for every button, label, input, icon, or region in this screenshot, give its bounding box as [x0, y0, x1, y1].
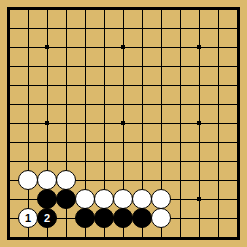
board-intersection-1-1[interactable]	[0, 0, 19, 19]
board-intersection-8-5[interactable]	[133, 76, 152, 95]
board-intersection-8-2[interactable]	[133, 19, 152, 38]
board-intersection-4-7[interactable]	[57, 114, 76, 133]
black-stone	[37, 189, 57, 209]
board-intersection-11-2[interactable]	[190, 19, 209, 38]
board-intersection-11-5[interactable]	[190, 76, 209, 95]
board-intersection-4-8[interactable]	[57, 133, 76, 152]
board-intersection-3-4[interactable]	[38, 57, 57, 76]
white-stone	[56, 170, 76, 190]
black-stone	[56, 189, 76, 209]
board-intersection-6-9[interactable]	[95, 152, 114, 171]
board-intersection-4-3[interactable]	[57, 38, 76, 57]
board-intersection-4-6[interactable]	[57, 95, 76, 114]
board-intersection-11-10[interactable]	[190, 171, 209, 190]
board-intersection-2-13[interactable]	[19, 228, 38, 247]
board-intersection-1-6[interactable]	[0, 95, 19, 114]
board-intersection-12-9[interactable]	[209, 152, 228, 171]
board-intersection-9-8[interactable]	[152, 133, 171, 152]
board-intersection-10-13[interactable]	[171, 228, 190, 247]
move-number-label: 2	[44, 213, 50, 224]
board-intersection-5-7[interactable]	[76, 114, 95, 133]
white-stone	[94, 189, 114, 209]
board-intersection-1-4[interactable]	[0, 57, 19, 76]
board-intersection-11-6[interactable]	[190, 95, 209, 114]
board-intersection-13-8[interactable]	[228, 133, 247, 152]
board-intersection-7-5[interactable]	[114, 76, 133, 95]
board-intersection-13-7[interactable]	[228, 114, 247, 133]
board-intersection-8-6[interactable]	[133, 95, 152, 114]
board-intersection-2-11[interactable]	[19, 190, 38, 209]
board-intersection-8-9[interactable]	[133, 152, 152, 171]
board-intersection-2-9[interactable]	[19, 152, 38, 171]
board-intersection-6-7[interactable]	[95, 114, 114, 133]
board-intersection-4-9[interactable]	[57, 152, 76, 171]
board-intersection-12-6[interactable]	[209, 95, 228, 114]
board-intersection-9-10[interactable]	[152, 171, 171, 190]
board-intersection-4-2[interactable]	[57, 19, 76, 38]
board-intersection-8-10[interactable]	[133, 171, 152, 190]
black-stone	[94, 208, 114, 228]
board-intersection-2-2[interactable]	[19, 19, 38, 38]
board-intersection-10-2[interactable]	[171, 19, 190, 38]
board-intersection-3-7[interactable]	[38, 114, 57, 133]
board-intersection-13-6[interactable]	[228, 95, 247, 114]
board-intersection-6-8[interactable]	[95, 133, 114, 152]
board-intersection-12-10[interactable]	[209, 171, 228, 190]
board-intersection-13-1[interactable]	[228, 0, 247, 19]
board-intersection-12-1[interactable]	[209, 0, 228, 19]
board-intersection-11-13[interactable]	[190, 228, 209, 247]
board-intersection-1-8[interactable]	[0, 133, 19, 152]
board-intersection-8-7[interactable]	[133, 114, 152, 133]
board-intersection-11-4[interactable]	[190, 57, 209, 76]
go-diagram: 12	[0, 0, 247, 247]
board-intersection-13-4[interactable]	[228, 57, 247, 76]
board-intersection-2-6[interactable]	[19, 95, 38, 114]
board-intersection-9-2[interactable]	[152, 19, 171, 38]
board-intersection-9-7[interactable]	[152, 114, 171, 133]
board-intersection-10-11[interactable]	[171, 190, 190, 209]
board-intersection-3-2[interactable]	[38, 19, 57, 38]
board-intersection-9-4[interactable]	[152, 57, 171, 76]
board-intersection-13-11[interactable]	[228, 190, 247, 209]
black-stone-move-2: 2	[37, 208, 57, 228]
board-intersection-11-1[interactable]	[190, 0, 209, 19]
black-stone	[113, 208, 133, 228]
board-intersection-12-13[interactable]	[209, 228, 228, 247]
board-intersection-4-1[interactable]	[57, 0, 76, 19]
board-intersection-4-12[interactable]	[57, 209, 76, 228]
board-intersection-8-3[interactable]	[133, 38, 152, 57]
board-intersection-1-11[interactable]	[0, 190, 19, 209]
board-intersection-10-8[interactable]	[171, 133, 190, 152]
board-intersection-11-7[interactable]	[190, 114, 209, 133]
white-stone	[132, 189, 152, 209]
board-intersection-11-12[interactable]	[190, 209, 209, 228]
white-stone	[151, 208, 171, 228]
board-intersection-6-13[interactable]	[95, 228, 114, 247]
board-intersection-13-2[interactable]	[228, 19, 247, 38]
board-intersection-7-4[interactable]	[114, 57, 133, 76]
board-intersection-2-5[interactable]	[19, 76, 38, 95]
board-intersection-5-3[interactable]	[76, 38, 95, 57]
board-intersection-3-8[interactable]	[38, 133, 57, 152]
board-intersection-5-5[interactable]	[76, 76, 95, 95]
white-stone	[113, 189, 133, 209]
board-intersection-12-7[interactable]	[209, 114, 228, 133]
board-intersection-1-10[interactable]	[0, 171, 19, 190]
board-intersection-10-1[interactable]	[171, 0, 190, 19]
board-intersection-6-4[interactable]	[95, 57, 114, 76]
board-intersection-9-3[interactable]	[152, 38, 171, 57]
board-intersection-3-5[interactable]	[38, 76, 57, 95]
board-intersection-3-6[interactable]	[38, 95, 57, 114]
board-intersection-13-9[interactable]	[228, 152, 247, 171]
board-intersection-9-9[interactable]	[152, 152, 171, 171]
board-intersection-3-1[interactable]	[38, 0, 57, 19]
board-intersection-13-5[interactable]	[228, 76, 247, 95]
board-intersection-2-8[interactable]	[19, 133, 38, 152]
board-intersection-11-8[interactable]	[190, 133, 209, 152]
board-intersection-12-12[interactable]	[209, 209, 228, 228]
move-number-label: 1	[25, 213, 31, 224]
white-stone	[18, 170, 38, 190]
board-intersection-6-10[interactable]	[95, 171, 114, 190]
board-intersection-5-10[interactable]	[76, 171, 95, 190]
board-intersection-7-9[interactable]	[114, 152, 133, 171]
board-intersection-3-3[interactable]	[38, 38, 57, 57]
board-intersection-2-4[interactable]	[19, 57, 38, 76]
black-stone	[132, 208, 152, 228]
board-intersection-6-2[interactable]	[95, 19, 114, 38]
board-intersection-10-4[interactable]	[171, 57, 190, 76]
board-intersection-5-4[interactable]	[76, 57, 95, 76]
board-intersection-6-5[interactable]	[95, 76, 114, 95]
board-intersection-5-9[interactable]	[76, 152, 95, 171]
board-intersection-6-6[interactable]	[95, 95, 114, 114]
board-intersection-8-8[interactable]	[133, 133, 152, 152]
board-intersection-10-3[interactable]	[171, 38, 190, 57]
board-intersection-2-1[interactable]	[19, 0, 38, 19]
board-intersection-6-1[interactable]	[95, 0, 114, 19]
board-intersection-5-6[interactable]	[76, 95, 95, 114]
board-intersection-7-2[interactable]	[114, 19, 133, 38]
board-intersection-9-13[interactable]	[152, 228, 171, 247]
board-intersection-1-12[interactable]	[0, 209, 19, 228]
board-intersection-1-2[interactable]	[0, 19, 19, 38]
board-intersection-8-13[interactable]	[133, 228, 152, 247]
board-intersection-10-12[interactable]	[171, 209, 190, 228]
board-intersection-3-13[interactable]	[38, 228, 57, 247]
board-intersection-9-5[interactable]	[152, 76, 171, 95]
board-intersection-9-1[interactable]	[152, 0, 171, 19]
board-intersection-7-6[interactable]	[114, 95, 133, 114]
white-stone	[37, 170, 57, 190]
board-intersection-4-4[interactable]	[57, 57, 76, 76]
board-intersection-10-10[interactable]	[171, 171, 190, 190]
board-intersection-5-1[interactable]	[76, 0, 95, 19]
go-board: 12	[0, 0, 247, 247]
board-intersection-13-10[interactable]	[228, 171, 247, 190]
board-intersection-12-8[interactable]	[209, 133, 228, 152]
board-intersection-12-4[interactable]	[209, 57, 228, 76]
board-intersection-12-2[interactable]	[209, 19, 228, 38]
board-intersection-4-13[interactable]	[57, 228, 76, 247]
board-intersection-13-3[interactable]	[228, 38, 247, 57]
board-intersection-8-4[interactable]	[133, 57, 152, 76]
board-intersection-10-7[interactable]	[171, 114, 190, 133]
board-intersection-5-8[interactable]	[76, 133, 95, 152]
board-intersection-5-2[interactable]	[76, 19, 95, 38]
board-intersection-2-3[interactable]	[19, 38, 38, 57]
board-intersection-7-8[interactable]	[114, 133, 133, 152]
board-intersection-7-7[interactable]	[114, 114, 133, 133]
board-intersection-11-11[interactable]	[190, 190, 209, 209]
board-intersection-7-13[interactable]	[114, 228, 133, 247]
board-intersection-1-5[interactable]	[0, 76, 19, 95]
board-intersection-7-10[interactable]	[114, 171, 133, 190]
board-intersection-12-11[interactable]	[209, 190, 228, 209]
board-intersection-1-13[interactable]	[0, 228, 19, 247]
board-intersection-1-3[interactable]	[0, 38, 19, 57]
black-stone	[75, 208, 95, 228]
board-intersection-1-7[interactable]	[0, 114, 19, 133]
board-intersection-10-6[interactable]	[171, 95, 190, 114]
board-intersection-10-5[interactable]	[171, 76, 190, 95]
board-intersection-9-6[interactable]	[152, 95, 171, 114]
white-stone-move-1: 1	[18, 208, 38, 228]
board-intersection-4-5[interactable]	[57, 76, 76, 95]
board-intersection-10-9[interactable]	[171, 152, 190, 171]
board-intersection-11-3[interactable]	[190, 38, 209, 57]
board-intersection-11-9[interactable]	[190, 152, 209, 171]
board-intersection-1-9[interactable]	[0, 152, 19, 171]
board-intersection-12-5[interactable]	[209, 76, 228, 95]
white-stone	[151, 189, 171, 209]
board-intersection-3-9[interactable]	[38, 152, 57, 171]
board-intersection-13-13[interactable]	[228, 228, 247, 247]
board-intersection-12-3[interactable]	[209, 38, 228, 57]
board-intersection-6-3[interactable]	[95, 38, 114, 57]
board-intersection-7-3[interactable]	[114, 38, 133, 57]
board-intersection-2-7[interactable]	[19, 114, 38, 133]
board-intersection-5-13[interactable]	[76, 228, 95, 247]
board-intersection-13-12[interactable]	[228, 209, 247, 228]
white-stone	[75, 189, 95, 209]
board-intersection-7-1[interactable]	[114, 0, 133, 19]
board-intersection-8-1[interactable]	[133, 0, 152, 19]
